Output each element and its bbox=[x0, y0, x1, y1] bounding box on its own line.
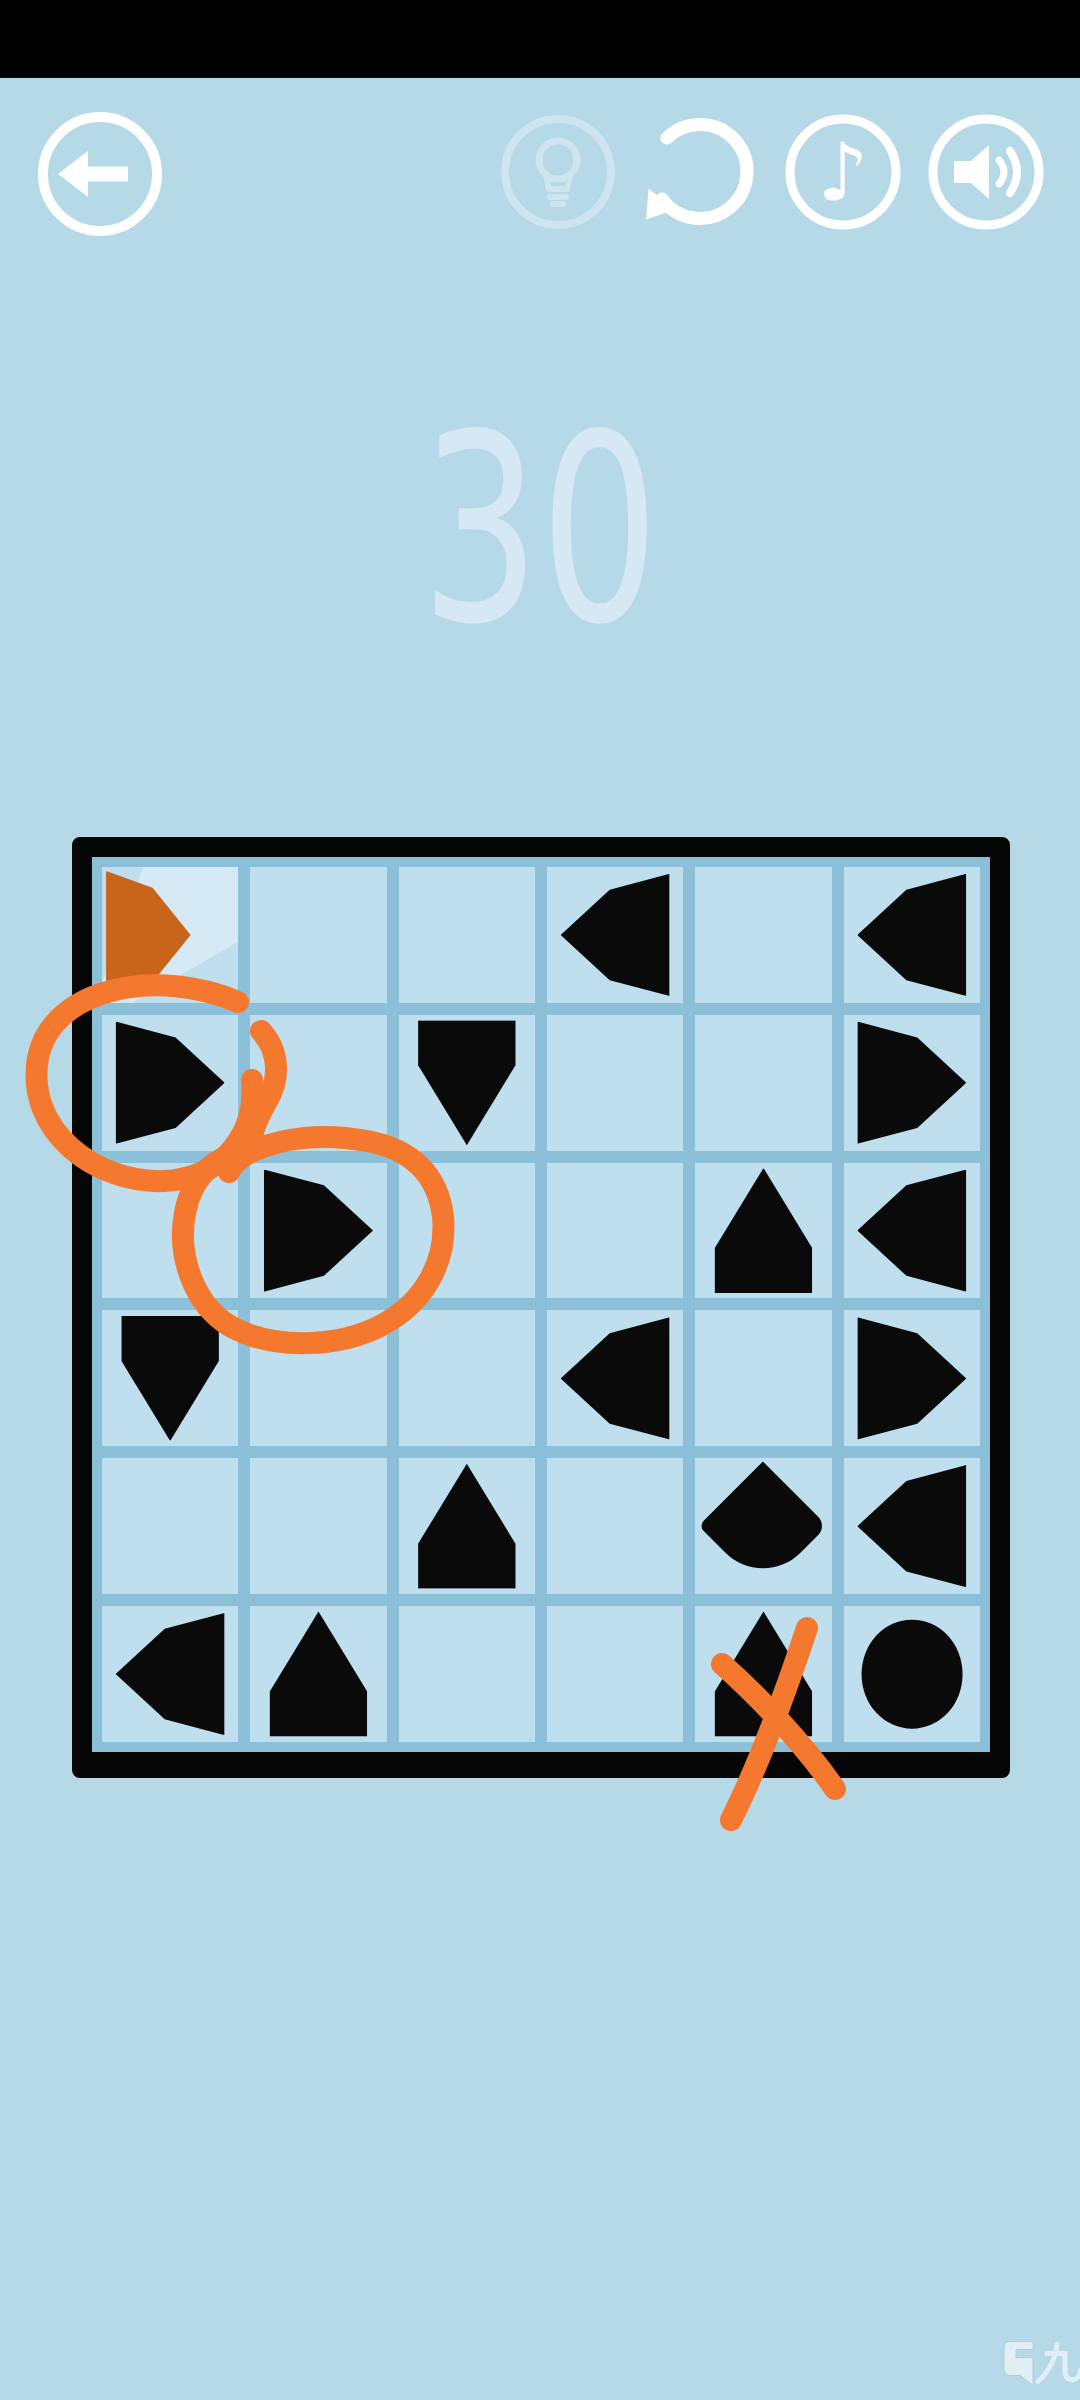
undo-button[interactable] bbox=[635, 107, 765, 237]
board-grid bbox=[72, 837, 1010, 1778]
music-button[interactable]: ♪ bbox=[778, 107, 908, 237]
piece-L[interactable] bbox=[116, 1613, 225, 1735]
cell-r4c4[interactable] bbox=[547, 1310, 683, 1446]
game-screen: ♪ 30 bbox=[0, 0, 1080, 2400]
hint-button[interactable] bbox=[493, 107, 623, 237]
piece-L[interactable] bbox=[857, 874, 966, 996]
cell-r4c5[interactable] bbox=[695, 1310, 831, 1446]
back-button[interactable] bbox=[35, 109, 165, 239]
svg-text:♪: ♪ bbox=[817, 126, 868, 219]
piece-L[interactable] bbox=[857, 1465, 966, 1587]
cell-r3c5[interactable] bbox=[695, 1163, 831, 1299]
piece-O[interactable] bbox=[861, 1620, 962, 1729]
watermark-g-mark bbox=[1004, 2342, 1033, 2386]
cell-r1c5[interactable] bbox=[695, 867, 831, 1003]
cell-r2c5[interactable] bbox=[695, 1015, 831, 1151]
sound-button[interactable] bbox=[921, 107, 1051, 237]
cell-r2c1[interactable] bbox=[102, 1015, 238, 1151]
piece-R[interactable] bbox=[116, 1022, 225, 1144]
cell-r4c1[interactable] bbox=[102, 1310, 238, 1446]
piece-D[interactable] bbox=[415, 1020, 519, 1145]
cell-r2c6[interactable] bbox=[844, 1015, 980, 1151]
level-number: 30 bbox=[151, 400, 929, 660]
cell-r1c6[interactable] bbox=[844, 867, 980, 1003]
cell-r3c1[interactable] bbox=[102, 1163, 238, 1299]
back-arrow-icon bbox=[35, 109, 165, 239]
piece-R[interactable] bbox=[857, 1022, 966, 1144]
cell-r4c2[interactable] bbox=[250, 1310, 386, 1446]
cell-r3c2[interactable] bbox=[250, 1163, 386, 1299]
watermark-char-jiu bbox=[1038, 2345, 1057, 2382]
speaker-icon bbox=[921, 107, 1051, 237]
cell-r2c4[interactable] bbox=[547, 1015, 683, 1151]
piece-R[interactable] bbox=[857, 1317, 966, 1439]
cell-r3c3[interactable] bbox=[399, 1163, 535, 1299]
lightbulb-icon bbox=[493, 107, 623, 237]
undo-arrow-icon bbox=[635, 107, 765, 237]
piece-L[interactable] bbox=[561, 1317, 670, 1439]
piece-U[interactable] bbox=[712, 1612, 816, 1737]
cell-r1c2[interactable] bbox=[250, 867, 386, 1003]
cell-r4c6[interactable] bbox=[844, 1310, 980, 1446]
cell-r5c2[interactable] bbox=[250, 1458, 386, 1594]
cell-r1c4[interactable] bbox=[547, 867, 683, 1003]
cell-r1c1[interactable] bbox=[102, 867, 238, 1003]
cell-r6c6[interactable] bbox=[844, 1606, 980, 1742]
cell-r3c6[interactable] bbox=[844, 1163, 980, 1299]
piece-U[interactable] bbox=[712, 1168, 816, 1293]
cell-r3c4[interactable] bbox=[547, 1163, 683, 1299]
status-bar bbox=[0, 0, 1080, 78]
piece-R[interactable] bbox=[264, 1169, 373, 1291]
cell-r5c6[interactable] bbox=[844, 1458, 980, 1594]
cell-r4c3[interactable] bbox=[399, 1310, 535, 1446]
cell-r5c3[interactable] bbox=[399, 1458, 535, 1594]
music-note-icon: ♪ bbox=[778, 107, 908, 237]
cell-r2c2[interactable] bbox=[250, 1015, 386, 1151]
piece-D[interactable] bbox=[118, 1316, 222, 1441]
cell-r1c3[interactable] bbox=[399, 867, 535, 1003]
cell-r5c4[interactable] bbox=[547, 1458, 683, 1594]
watermark-logo bbox=[1000, 2336, 1080, 2392]
cell-r6c2[interactable] bbox=[250, 1606, 386, 1742]
cell-r2c3[interactable] bbox=[399, 1015, 535, 1151]
cell-r6c1[interactable] bbox=[102, 1606, 238, 1742]
piece-L[interactable] bbox=[857, 1169, 966, 1291]
cell-r5c1[interactable] bbox=[102, 1458, 238, 1594]
piece-U[interactable] bbox=[415, 1464, 519, 1589]
cell-r6c5[interactable] bbox=[695, 1606, 831, 1742]
piece-U[interactable] bbox=[267, 1612, 371, 1737]
piece-drop[interactable] bbox=[699, 1462, 828, 1591]
piece-L[interactable] bbox=[561, 874, 670, 996]
cell-r5c5[interactable] bbox=[695, 1458, 831, 1594]
cell-r6c3[interactable] bbox=[399, 1606, 535, 1742]
cell-r6c4[interactable] bbox=[547, 1606, 683, 1742]
